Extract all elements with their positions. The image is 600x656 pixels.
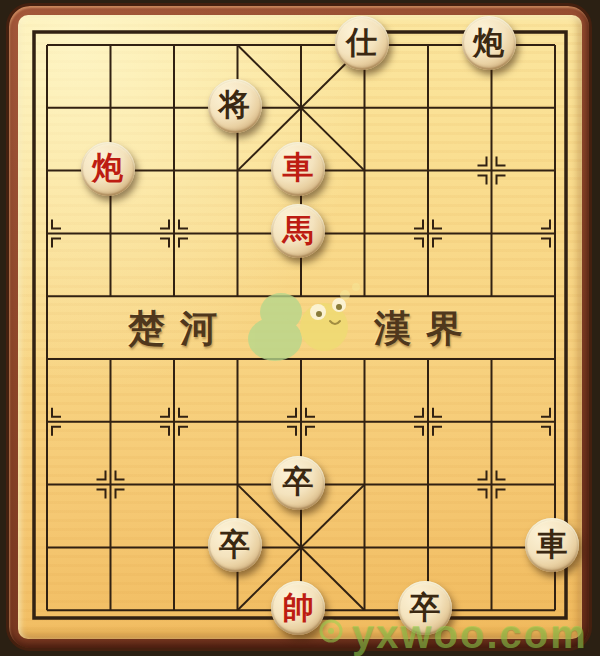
piece-red-cannon[interactable]: 炮: [81, 142, 135, 196]
mascot-icon: [318, 618, 344, 644]
piece-red-general[interactable]: 帥: [271, 581, 325, 635]
piece-black-pawn[interactable]: 卒: [271, 456, 325, 510]
piece-glyph: 卒: [283, 466, 314, 497]
piece-glyph: 炮: [92, 152, 123, 183]
piece-glyph: 車: [537, 529, 568, 560]
piece-glyph: 仕: [346, 27, 377, 58]
xiangqi-board[interactable]: 楚河 漢界 仕炮将炮車馬卒卒車帥卒: [18, 15, 582, 639]
piece-glyph: 炮: [473, 27, 504, 58]
piece-black-chariot[interactable]: 車: [525, 518, 579, 572]
pieces-layer: 仕炮将炮車馬卒卒車帥卒: [18, 15, 582, 639]
piece-glyph: 馬: [283, 215, 314, 246]
piece-black-cannon[interactable]: 炮: [462, 16, 516, 70]
piece-glyph: 将: [219, 89, 250, 120]
piece-glyph: 卒: [219, 529, 250, 560]
piece-black-advisor[interactable]: 仕: [335, 16, 389, 70]
piece-red-chariot[interactable]: 車: [271, 142, 325, 196]
piece-black-general[interactable]: 将: [208, 79, 262, 133]
watermark: yxwoo.com: [352, 612, 588, 656]
piece-red-horse[interactable]: 馬: [271, 204, 325, 258]
piece-glyph: 車: [283, 152, 314, 183]
piece-black-pawn[interactable]: 卒: [208, 518, 262, 572]
piece-glyph: 帥: [283, 592, 314, 623]
